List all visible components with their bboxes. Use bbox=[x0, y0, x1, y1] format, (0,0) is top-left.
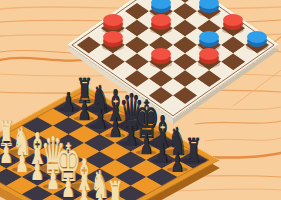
chess-piece-black-pawn: ♟ bbox=[108, 115, 121, 143]
chess-piece-black-pawn: ♟ bbox=[140, 132, 153, 160]
chess-piece-white-pawn: ♟ bbox=[62, 174, 75, 200]
checkers-piece-blue bbox=[151, 0, 171, 13]
chess-piece-black-pawn: ♟ bbox=[124, 123, 137, 151]
checkers-piece-blue bbox=[199, 0, 219, 13]
chess-piece-white-pawn: ♟ bbox=[77, 183, 90, 200]
chess-piece-black-pawn: ♟ bbox=[171, 149, 184, 177]
chess-piece-black-pawn: ♟ bbox=[155, 140, 168, 168]
scene: ♜♞♝♛♚♝♞♜♟♟♟♟♟♟♟♟♜♞♝♛♚♝♞♜♟♟♟♟♟♟♟♟ bbox=[0, 0, 281, 200]
chess-piece-black-pawn: ♟ bbox=[62, 89, 75, 117]
pieces-layer: ♜♞♝♛♚♝♞♜♟♟♟♟♟♟♟♟♜♞♝♛♚♝♞♜♟♟♟♟♟♟♟♟ bbox=[0, 0, 281, 200]
checkers-piece-blue bbox=[199, 31, 219, 47]
chess-piece-black-pawn: ♟ bbox=[93, 106, 106, 134]
chess-piece-black-rook: ♜ bbox=[185, 135, 202, 170]
chess-piece-white-pawn: ♟ bbox=[46, 166, 59, 194]
chess-piece-white-pawn: ♟ bbox=[15, 149, 28, 177]
checkers-piece-red bbox=[151, 48, 171, 64]
chess-piece-white-rook: ♜ bbox=[107, 177, 124, 200]
chess-piece-black-pawn: ♟ bbox=[77, 97, 90, 125]
chess-piece-white-pawn: ♟ bbox=[93, 192, 106, 200]
checkers-piece-blue bbox=[247, 31, 267, 47]
checkers-piece-red bbox=[199, 48, 219, 64]
chess-piece-white-pawn: ♟ bbox=[31, 157, 44, 185]
checkers-piece-red bbox=[103, 14, 123, 30]
checkers-piece-red bbox=[151, 14, 171, 30]
chess-piece-white-pawn: ♟ bbox=[0, 140, 13, 168]
checkers-piece-red bbox=[103, 31, 123, 47]
checkers-piece-red bbox=[223, 14, 243, 30]
